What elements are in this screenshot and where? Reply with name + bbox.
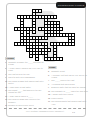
down-word bbox=[44, 42, 48, 60]
clue-text: Opposite of hot bbox=[51, 70, 89, 72]
clue-text: An animal that says meow bbox=[51, 83, 89, 85]
clue-text: Drops of water that fall from the clouds bbox=[51, 87, 89, 89]
down-clue: 17The spring month that comes right afte… bbox=[48, 101, 89, 106]
clue-text: The ____ rises in the east bbox=[51, 80, 89, 82]
title-badge: CROSSWORD PUZZLE bbox=[56, 2, 86, 8]
grid-cell bbox=[71, 42, 75, 46]
grid-cell bbox=[44, 36, 48, 40]
across-clue: 1Opposite of down; the ____ direction on… bbox=[5, 61, 45, 66]
down-word bbox=[53, 42, 57, 60]
clue-text: The spring month that comes right after … bbox=[51, 101, 89, 106]
down-clue: 2Opposite of hot bbox=[48, 70, 89, 72]
clue-text: A crunchy fruit that can be red, green, … bbox=[51, 74, 89, 79]
down-word bbox=[50, 21, 54, 36]
down-word bbox=[56, 21, 60, 33]
clue-text: The bright ____ that shines in the sky d… bbox=[8, 89, 45, 94]
clue-text: A place where children go every day to l… bbox=[8, 67, 45, 72]
down-word bbox=[44, 15, 48, 39]
down-clues-column: Down 2Opposite of hot3A crunchy fruit th… bbox=[48, 57, 89, 110]
across-clue-list: 1Opposite of down; the ____ direction on… bbox=[5, 61, 45, 108]
across-clue: 12A large body of salt water bbox=[5, 86, 45, 88]
grid-cell bbox=[35, 57, 39, 61]
clue-text: A shape with three sides bbox=[51, 94, 89, 96]
grid-cell bbox=[56, 30, 60, 34]
down-heading: Down bbox=[48, 66, 57, 69]
grid-cell bbox=[44, 57, 48, 61]
down-word bbox=[32, 9, 36, 33]
dashed-cut-line bbox=[4, 108, 86, 109]
down-clue: 9Drops of water that fall from the cloud… bbox=[48, 87, 89, 89]
across-heading: Across bbox=[5, 57, 15, 60]
across-clue: 16A baby dog is called a ____ bbox=[5, 95, 45, 97]
down-clue: 3A crunchy fruit that can be red, green,… bbox=[48, 74, 89, 79]
clue-text: A large body of salt water bbox=[8, 86, 45, 88]
clue-text: The first meal of the day bbox=[8, 73, 45, 75]
down-clue-list: 2Opposite of hot3A crunchy fruit that ca… bbox=[48, 70, 89, 106]
grid-cell bbox=[50, 33, 54, 37]
across-clues-column: Across 1Opposite of down; the ____ direc… bbox=[5, 57, 45, 110]
across-clue: 19Number of days in one week bbox=[5, 104, 45, 106]
grid-cell bbox=[59, 57, 63, 61]
worksheet-title: CROSSWORD PUZZLE bbox=[58, 4, 85, 6]
across-clue: 18The color of grass and leaves in the s… bbox=[5, 99, 45, 104]
down-word bbox=[71, 33, 75, 45]
across-clue: 10The warm season that comes right after… bbox=[5, 80, 45, 85]
across-clue: 7The first meal of the day bbox=[5, 73, 45, 75]
clue-text: The opposite of ____; when the sun is up bbox=[51, 90, 89, 92]
clue-text: Used to write on a chalkboard bbox=[8, 76, 45, 78]
down-word bbox=[35, 36, 39, 60]
down-clue: 15Frozen water bbox=[48, 97, 89, 99]
clue-text: The warm season that comes right after w… bbox=[8, 80, 45, 85]
grid-cell bbox=[20, 42, 24, 46]
grid-cell bbox=[53, 57, 57, 61]
grid-cell bbox=[38, 9, 42, 13]
down-clue: 11The opposite of ____; when the sun is … bbox=[48, 90, 89, 92]
clue-text: Frozen water bbox=[51, 97, 89, 99]
clue-text: Opposite of down; the ____ direction on … bbox=[8, 61, 45, 66]
clues-section: Across 1Opposite of down; the ____ direc… bbox=[3, 57, 89, 110]
across-clue: 14The bright ____ that shines in the sky… bbox=[5, 89, 45, 94]
down-word bbox=[20, 15, 24, 45]
across-clue: 8Used to write on a chalkboard bbox=[5, 76, 45, 78]
down-word bbox=[29, 45, 33, 57]
grid-cell bbox=[53, 15, 57, 19]
grid-cell bbox=[32, 30, 36, 34]
grid-cell bbox=[29, 54, 33, 58]
down-clue: 6An animal that says meow bbox=[48, 83, 89, 85]
clue-text: A baby dog is called a ____ bbox=[8, 95, 45, 97]
page-indicator: 1/2 bbox=[72, 111, 84, 113]
clue-text: The color of grass and leaves in the sum… bbox=[8, 99, 45, 104]
down-clue: 13A shape with three sides bbox=[48, 94, 89, 96]
clue-text: Number of days in one week bbox=[8, 104, 45, 106]
down-clue: 4The ____ rises in the east bbox=[48, 80, 89, 82]
across-clue: 5A place where children go every day to … bbox=[5, 67, 45, 72]
